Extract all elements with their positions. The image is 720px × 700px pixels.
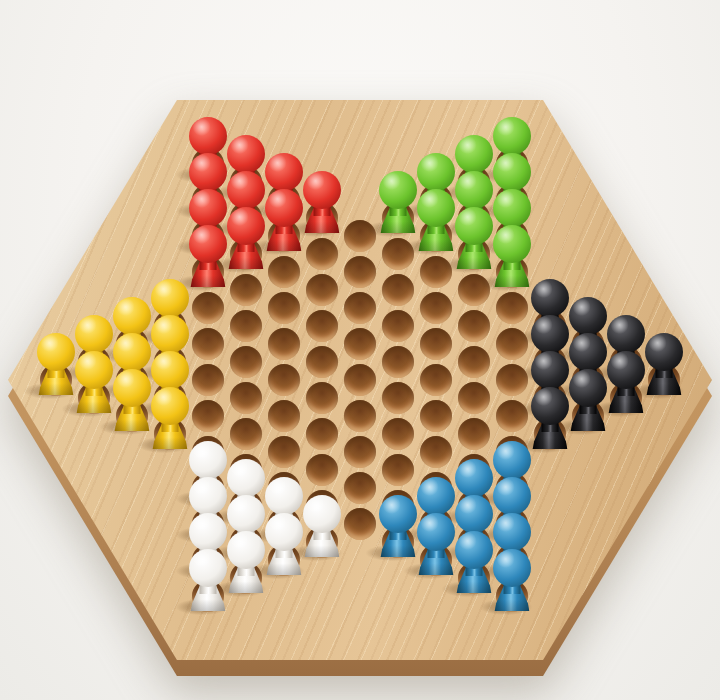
peg-head bbox=[75, 351, 113, 389]
peg-head bbox=[379, 495, 417, 533]
peg-head bbox=[227, 171, 265, 209]
peg-black[interactable] bbox=[607, 351, 645, 413]
peg-head bbox=[493, 189, 531, 227]
peg-head bbox=[265, 189, 303, 227]
board-hole[interactable] bbox=[344, 472, 376, 504]
peg-blue[interactable] bbox=[417, 513, 455, 575]
chinese-checkers-board bbox=[0, 0, 720, 700]
board-hole[interactable] bbox=[382, 382, 414, 414]
peg-head bbox=[75, 315, 113, 353]
board-hole[interactable] bbox=[420, 328, 452, 360]
board-hole[interactable] bbox=[458, 310, 490, 342]
peg-yellow[interactable] bbox=[151, 387, 189, 449]
peg-head bbox=[265, 477, 303, 515]
peg-head bbox=[645, 333, 683, 371]
peg-head bbox=[189, 117, 227, 155]
peg-blue[interactable] bbox=[379, 495, 417, 557]
board-hole[interactable] bbox=[496, 292, 528, 324]
peg-yellow[interactable] bbox=[113, 369, 151, 431]
peg-head bbox=[189, 225, 227, 263]
peg-head bbox=[417, 153, 455, 191]
peg-white[interactable] bbox=[265, 513, 303, 575]
peg-head bbox=[417, 189, 455, 227]
peg-red[interactable] bbox=[303, 171, 341, 233]
board-hole[interactable] bbox=[420, 292, 452, 324]
board-hole[interactable] bbox=[382, 454, 414, 486]
board-hole[interactable] bbox=[382, 274, 414, 306]
peg-black[interactable] bbox=[569, 369, 607, 431]
peg-head bbox=[113, 333, 151, 371]
board-field bbox=[0, 0, 720, 700]
peg-yellow[interactable] bbox=[75, 351, 113, 413]
board-hole[interactable] bbox=[268, 400, 300, 432]
board-hole[interactable] bbox=[268, 292, 300, 324]
board-hole[interactable] bbox=[344, 400, 376, 432]
board-hole[interactable] bbox=[306, 418, 338, 450]
peg-head bbox=[189, 189, 227, 227]
peg-head bbox=[607, 351, 645, 389]
board-hole[interactable] bbox=[230, 310, 262, 342]
peg-head bbox=[493, 477, 531, 515]
peg-head bbox=[151, 387, 189, 425]
peg-black[interactable] bbox=[645, 333, 683, 395]
board-hole[interactable] bbox=[230, 382, 262, 414]
peg-head bbox=[303, 171, 341, 209]
peg-white[interactable] bbox=[227, 531, 265, 593]
peg-head bbox=[151, 351, 189, 389]
board-hole[interactable] bbox=[458, 418, 490, 450]
peg-white[interactable] bbox=[303, 495, 341, 557]
peg-red[interactable] bbox=[227, 207, 265, 269]
peg-head bbox=[37, 333, 75, 371]
peg-head bbox=[189, 153, 227, 191]
board-hole[interactable] bbox=[458, 382, 490, 414]
board-hole[interactable] bbox=[306, 310, 338, 342]
peg-head bbox=[227, 135, 265, 173]
peg-head bbox=[455, 135, 493, 173]
peg-green[interactable] bbox=[417, 189, 455, 251]
board-hole[interactable] bbox=[306, 274, 338, 306]
peg-green[interactable] bbox=[379, 171, 417, 233]
board-hole[interactable] bbox=[306, 346, 338, 378]
peg-head bbox=[151, 315, 189, 353]
peg-head bbox=[303, 495, 341, 533]
peg-red[interactable] bbox=[265, 189, 303, 251]
board-hole[interactable] bbox=[306, 238, 338, 270]
board-hole[interactable] bbox=[192, 328, 224, 360]
peg-head bbox=[455, 207, 493, 245]
board-hole[interactable] bbox=[192, 400, 224, 432]
board-hole[interactable] bbox=[268, 436, 300, 468]
board-hole[interactable] bbox=[344, 508, 376, 540]
board-hole[interactable] bbox=[382, 346, 414, 378]
peg-head bbox=[455, 171, 493, 209]
product-photo: { "game": "chinese-checkers", "state": "… bbox=[0, 0, 720, 700]
peg-head bbox=[189, 441, 227, 479]
peg-blue[interactable] bbox=[455, 531, 493, 593]
board-hole[interactable] bbox=[306, 454, 338, 486]
peg-head bbox=[189, 549, 227, 587]
peg-head bbox=[265, 153, 303, 191]
board-hole[interactable] bbox=[192, 292, 224, 324]
peg-head bbox=[493, 549, 531, 587]
peg-blue[interactable] bbox=[493, 549, 531, 611]
board-hole[interactable] bbox=[344, 256, 376, 288]
peg-head bbox=[417, 513, 455, 551]
peg-head bbox=[455, 531, 493, 569]
peg-black[interactable] bbox=[531, 387, 569, 449]
peg-yellow[interactable] bbox=[37, 333, 75, 395]
peg-head bbox=[227, 207, 265, 245]
peg-head bbox=[113, 369, 151, 407]
peg-head bbox=[455, 459, 493, 497]
peg-head bbox=[113, 297, 151, 335]
peg-head bbox=[227, 459, 265, 497]
board-hole[interactable] bbox=[344, 328, 376, 360]
board-hole[interactable] bbox=[382, 310, 414, 342]
board-hole[interactable] bbox=[268, 256, 300, 288]
peg-head bbox=[265, 513, 303, 551]
board-hole[interactable] bbox=[230, 346, 262, 378]
board-hole[interactable] bbox=[344, 436, 376, 468]
board-hole[interactable] bbox=[306, 382, 338, 414]
board-hole[interactable] bbox=[458, 346, 490, 378]
peg-white[interactable] bbox=[189, 549, 227, 611]
peg-head bbox=[227, 531, 265, 569]
peg-head bbox=[189, 513, 227, 551]
peg-head bbox=[569, 297, 607, 335]
board-hole[interactable] bbox=[420, 400, 452, 432]
peg-head bbox=[493, 513, 531, 551]
peg-head bbox=[493, 153, 531, 191]
peg-head bbox=[531, 315, 569, 353]
peg-green[interactable] bbox=[493, 225, 531, 287]
board-hole[interactable] bbox=[230, 418, 262, 450]
board-hole[interactable] bbox=[420, 364, 452, 396]
peg-head bbox=[455, 495, 493, 533]
scene bbox=[0, 0, 720, 700]
peg-head bbox=[227, 495, 265, 533]
board-hole[interactable] bbox=[420, 436, 452, 468]
peg-head bbox=[417, 477, 455, 515]
peg-green[interactable] bbox=[455, 207, 493, 269]
board-hole[interactable] bbox=[268, 328, 300, 360]
peg-head bbox=[607, 315, 645, 353]
peg-head bbox=[531, 351, 569, 389]
board-hole[interactable] bbox=[268, 364, 300, 396]
board-hole[interactable] bbox=[230, 274, 262, 306]
peg-head bbox=[531, 387, 569, 425]
peg-head bbox=[531, 279, 569, 317]
peg-red[interactable] bbox=[189, 225, 227, 287]
peg-head bbox=[493, 225, 531, 263]
peg-head bbox=[151, 279, 189, 317]
board-hole[interactable] bbox=[344, 292, 376, 324]
peg-head bbox=[569, 333, 607, 371]
board-hole[interactable] bbox=[344, 364, 376, 396]
board-hole[interactable] bbox=[192, 364, 224, 396]
peg-head bbox=[493, 117, 531, 155]
peg-head bbox=[189, 477, 227, 515]
peg-head bbox=[493, 441, 531, 479]
board-hole[interactable] bbox=[382, 418, 414, 450]
peg-head bbox=[569, 369, 607, 407]
peg-head bbox=[379, 171, 417, 209]
